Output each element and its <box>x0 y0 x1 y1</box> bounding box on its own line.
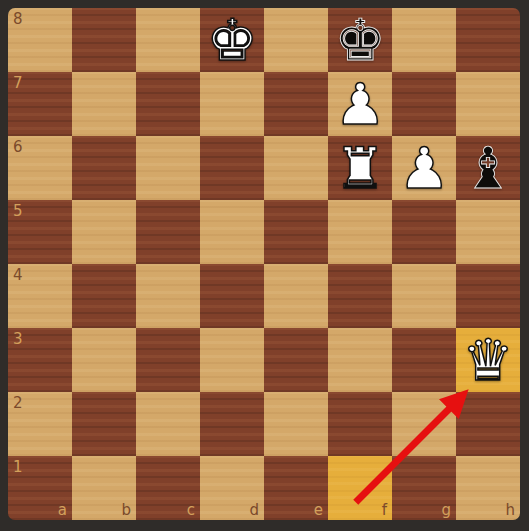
square-g5[interactable] <box>392 200 456 264</box>
square-b8[interactable] <box>72 8 136 72</box>
square-h8[interactable] <box>456 8 520 72</box>
square-f6[interactable]: ♜ <box>328 136 392 200</box>
square-b7[interactable] <box>72 72 136 136</box>
square-b6[interactable] <box>72 136 136 200</box>
square-g7[interactable] <box>392 72 456 136</box>
file-label-c: c <box>187 501 195 519</box>
square-c8[interactable] <box>136 8 200 72</box>
square-e2[interactable] <box>264 392 328 456</box>
square-b4[interactable] <box>72 264 136 328</box>
square-g4[interactable] <box>392 264 456 328</box>
square-g6[interactable]: ♟ <box>392 136 456 200</box>
square-f7[interactable]: ♟ <box>328 72 392 136</box>
rank-label-2: 2 <box>13 394 23 412</box>
square-a3[interactable]: 3 <box>8 328 72 392</box>
square-h3[interactable]: ♛ <box>456 328 520 392</box>
square-e7[interactable] <box>264 72 328 136</box>
square-h6[interactable]: ♝ <box>456 136 520 200</box>
file-label-e: e <box>314 501 323 519</box>
square-e8[interactable] <box>264 8 328 72</box>
square-d2[interactable] <box>200 392 264 456</box>
square-c1[interactable]: c <box>136 456 200 520</box>
square-e1[interactable]: e <box>264 456 328 520</box>
square-f3[interactable] <box>328 328 392 392</box>
square-d7[interactable] <box>200 72 264 136</box>
square-c6[interactable] <box>136 136 200 200</box>
square-a2[interactable]: 2 <box>8 392 72 456</box>
piece-white-pawn[interactable]: ♟ <box>398 136 449 200</box>
piece-white-pawn[interactable]: ♟ <box>334 72 385 136</box>
square-g3[interactable] <box>392 328 456 392</box>
square-a8[interactable]: 8 <box>8 8 72 72</box>
chess-board: 8♚♚7♟6♜♟♝543♛21abcdefgh <box>8 8 520 520</box>
square-g2[interactable] <box>392 392 456 456</box>
square-e6[interactable] <box>264 136 328 200</box>
square-c3[interactable] <box>136 328 200 392</box>
square-b1[interactable]: b <box>72 456 136 520</box>
piece-white-rook[interactable]: ♜ <box>334 136 385 200</box>
piece-black-king[interactable]: ♚ <box>334 8 385 72</box>
piece-white-king[interactable]: ♚ <box>206 8 257 72</box>
square-a1[interactable]: 1a <box>8 456 72 520</box>
square-d5[interactable] <box>200 200 264 264</box>
square-h4[interactable] <box>456 264 520 328</box>
rank-label-8: 8 <box>13 10 23 28</box>
square-a7[interactable]: 7 <box>8 72 72 136</box>
rank-label-7: 7 <box>13 74 23 92</box>
file-label-a: a <box>58 501 67 519</box>
square-a6[interactable]: 6 <box>8 136 72 200</box>
piece-white-queen[interactable]: ♛ <box>462 328 513 392</box>
square-d4[interactable] <box>200 264 264 328</box>
square-e5[interactable] <box>264 200 328 264</box>
square-a4[interactable]: 4 <box>8 264 72 328</box>
file-label-d: d <box>249 501 259 519</box>
square-f8[interactable]: ♚ <box>328 8 392 72</box>
file-label-b: b <box>121 501 131 519</box>
square-f1[interactable]: f <box>328 456 392 520</box>
square-b2[interactable] <box>72 392 136 456</box>
square-d8[interactable]: ♚ <box>200 8 264 72</box>
piece-black-bishop[interactable]: ♝ <box>462 136 513 200</box>
square-h5[interactable] <box>456 200 520 264</box>
square-c4[interactable] <box>136 264 200 328</box>
chess-app-window: { "game": "chess", "position": { "fen": … <box>0 0 529 531</box>
square-h2[interactable] <box>456 392 520 456</box>
square-d6[interactable] <box>200 136 264 200</box>
square-e4[interactable] <box>264 264 328 328</box>
square-c5[interactable] <box>136 200 200 264</box>
rank-label-5: 5 <box>13 202 23 220</box>
square-b5[interactable] <box>72 200 136 264</box>
rank-label-6: 6 <box>13 138 23 156</box>
square-g1[interactable]: g <box>392 456 456 520</box>
square-c7[interactable] <box>136 72 200 136</box>
square-f4[interactable] <box>328 264 392 328</box>
square-d1[interactable]: d <box>200 456 264 520</box>
square-h1[interactable]: h <box>456 456 520 520</box>
square-b3[interactable] <box>72 328 136 392</box>
square-c2[interactable] <box>136 392 200 456</box>
rank-label-4: 4 <box>13 266 23 284</box>
square-f5[interactable] <box>328 200 392 264</box>
square-d3[interactable] <box>200 328 264 392</box>
file-label-g: g <box>441 501 451 519</box>
square-e3[interactable] <box>264 328 328 392</box>
file-label-h: h <box>505 501 515 519</box>
file-label-f: f <box>382 501 387 519</box>
square-a5[interactable]: 5 <box>8 200 72 264</box>
rank-label-1: 1 <box>13 458 23 476</box>
square-h7[interactable] <box>456 72 520 136</box>
square-f2[interactable] <box>328 392 392 456</box>
square-g8[interactable] <box>392 8 456 72</box>
rank-label-3: 3 <box>13 330 23 348</box>
